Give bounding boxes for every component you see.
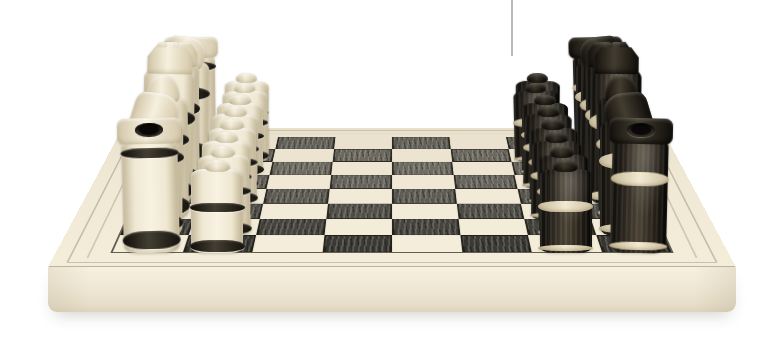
king-head [146, 42, 192, 75]
pawn-head [549, 145, 574, 157]
pawn-head [544, 132, 568, 144]
black-rook-h8[interactable] [610, 117, 669, 253]
pawn-head [229, 95, 251, 106]
pawn-head [537, 106, 560, 117]
pawn-head [224, 106, 247, 117]
pieces-layer [0, 0, 770, 350]
pawn-head [236, 72, 257, 82]
pawn-head [534, 95, 556, 106]
white-rook-h1[interactable] [121, 117, 180, 253]
glaze-band [190, 240, 244, 252]
pawn-head [215, 132, 239, 144]
rook-hole [135, 122, 164, 138]
rook-hole [626, 122, 655, 138]
pawn-head [220, 119, 243, 130]
glaze-band [122, 230, 181, 249]
rook-head [608, 117, 673, 144]
king-head [593, 42, 639, 75]
black-pawn-h7[interactable] [540, 160, 592, 253]
chess-set-photo [0, 0, 770, 350]
glaze-band [611, 171, 669, 186]
glaze-band [538, 201, 592, 212]
glaze-band [190, 203, 244, 212]
rook-head [116, 117, 181, 144]
glaze-band [538, 245, 592, 251]
pawn-head [527, 72, 548, 82]
piece-body [610, 137, 669, 253]
pawn-head [205, 160, 230, 172]
white-pawn-h2[interactable] [191, 160, 243, 253]
pawn-head [211, 145, 236, 157]
pawn-head [553, 160, 578, 172]
pawn-head [542, 119, 565, 130]
